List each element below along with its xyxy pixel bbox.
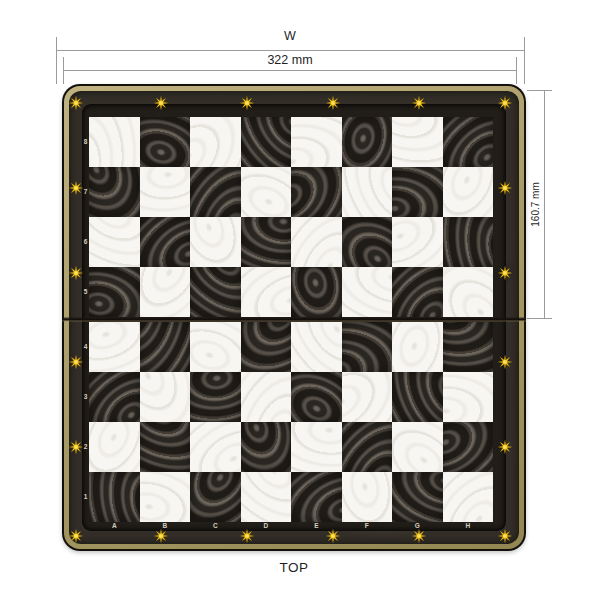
square-e3	[291, 372, 342, 422]
square-f3	[342, 372, 393, 422]
square-a4	[89, 322, 140, 372]
square-f5	[342, 267, 393, 317]
square-c3	[190, 372, 241, 422]
star-icon	[154, 96, 168, 110]
file-label-h: H	[462, 522, 474, 530]
dim-line-322	[63, 70, 517, 71]
square-b7	[140, 167, 191, 217]
star-icon	[326, 96, 340, 110]
dim-ext-322-right	[516, 57, 517, 84]
square-f2	[342, 422, 393, 472]
square-b8	[140, 117, 191, 167]
star-icon	[498, 440, 512, 454]
star-icon	[69, 181, 83, 195]
square-g4	[392, 322, 443, 372]
square-d7	[241, 167, 292, 217]
square-e6	[291, 217, 342, 267]
square-g1	[392, 472, 443, 522]
square-d1	[241, 472, 292, 522]
chess-board: 87654321 ABCDEFGH	[62, 84, 526, 551]
file-label-c: C	[209, 522, 221, 530]
square-e5	[291, 267, 342, 317]
square-a3	[89, 372, 140, 422]
square-a2	[89, 422, 140, 472]
star-icon	[69, 266, 83, 280]
square-e7	[291, 167, 342, 217]
dim-ext-w-right	[524, 37, 525, 84]
square-d4	[241, 322, 292, 372]
star-icon	[412, 96, 426, 110]
square-c1	[190, 472, 241, 522]
square-h1	[443, 472, 494, 522]
square-d5	[241, 267, 292, 317]
square-f6	[342, 217, 393, 267]
dim-ext-322-left	[63, 57, 64, 84]
square-g6	[392, 217, 443, 267]
dim-ext-160-top	[527, 90, 552, 91]
square-b4	[140, 322, 191, 372]
file-label-f: F	[361, 522, 373, 530]
fold-seam	[62, 317, 526, 322]
dim-line-160	[544, 90, 545, 318]
square-f7	[342, 167, 393, 217]
square-d6	[241, 217, 292, 267]
dim-line-w	[56, 50, 524, 51]
square-g8	[392, 117, 443, 167]
star-icon	[69, 96, 83, 110]
star-icon	[69, 355, 83, 369]
dim-width-value: 322 mm	[63, 53, 517, 67]
file-label-a: A	[108, 522, 120, 530]
square-e8	[291, 117, 342, 167]
star-icon	[498, 355, 512, 369]
rank-label-6: 6	[80, 238, 91, 246]
square-b1	[140, 472, 191, 522]
square-c2	[190, 422, 241, 472]
star-icon	[326, 529, 340, 543]
square-f1	[342, 472, 393, 522]
dim-width-letter: W	[56, 29, 524, 43]
square-a5	[89, 267, 140, 317]
square-c4	[190, 322, 241, 372]
star-icon	[154, 529, 168, 543]
square-h3	[443, 372, 494, 422]
square-d2	[241, 422, 292, 472]
square-c6	[190, 217, 241, 267]
square-h7	[443, 167, 494, 217]
square-g2	[392, 422, 443, 472]
square-f4	[342, 322, 393, 372]
square-a7	[89, 167, 140, 217]
square-h5	[443, 267, 494, 317]
rank-label-8: 8	[80, 138, 91, 146]
square-e2	[291, 422, 342, 472]
square-g5	[392, 267, 443, 317]
diagram-canvas: W 322 mm 160.7 mm 87654321 ABCDEFGH TOP	[0, 0, 600, 600]
square-h6	[443, 217, 494, 267]
square-f8	[342, 117, 393, 167]
rank-label-3: 3	[80, 393, 91, 401]
square-e1	[291, 472, 342, 522]
star-icon	[498, 266, 512, 280]
file-label-e: E	[310, 522, 322, 530]
dim-ext-160-bottom	[527, 318, 552, 319]
dim-half-height-value: 160.7 mm	[530, 170, 543, 240]
square-d3	[241, 372, 292, 422]
square-b5	[140, 267, 191, 317]
square-h4	[443, 322, 494, 372]
square-b6	[140, 217, 191, 267]
star-icon	[240, 529, 254, 543]
star-icon	[498, 529, 512, 543]
square-c5	[190, 267, 241, 317]
square-h2	[443, 422, 494, 472]
square-c8	[190, 117, 241, 167]
star-icon	[498, 96, 512, 110]
rank-label-4: 4	[80, 343, 91, 351]
star-icon	[498, 181, 512, 195]
star-icon	[412, 529, 426, 543]
square-h8	[443, 117, 494, 167]
square-d8	[241, 117, 292, 167]
rank-label-1: 1	[80, 493, 91, 501]
star-icon	[69, 529, 83, 543]
square-a6	[89, 217, 140, 267]
square-e4	[291, 322, 342, 372]
dim-ext-w-left	[56, 37, 57, 84]
star-icon	[240, 96, 254, 110]
square-a1	[89, 472, 140, 522]
rank-label-5: 5	[80, 288, 91, 296]
square-c7	[190, 167, 241, 217]
star-icon	[69, 440, 83, 454]
view-label: TOP	[62, 560, 526, 575]
square-b2	[140, 422, 191, 472]
square-a8	[89, 117, 140, 167]
square-g3	[392, 372, 443, 422]
file-label-d: D	[260, 522, 272, 530]
square-g7	[392, 167, 443, 217]
square-b3	[140, 372, 191, 422]
